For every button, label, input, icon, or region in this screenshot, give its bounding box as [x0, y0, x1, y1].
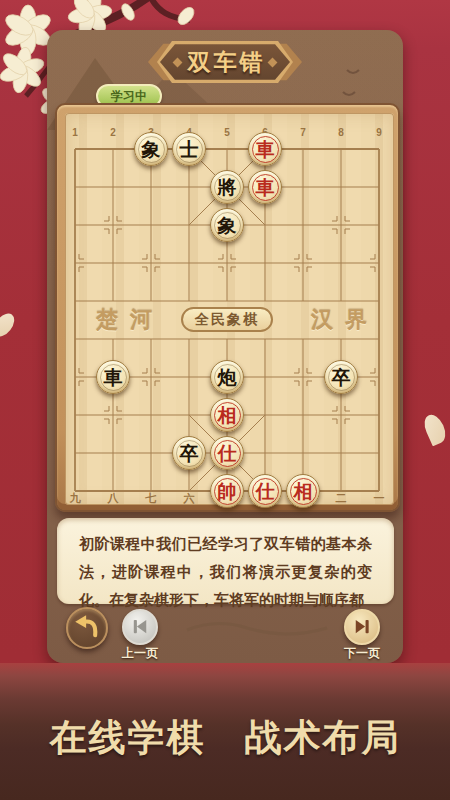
- petal-decoration-icon: [421, 412, 450, 447]
- piece-red-仕[interactable]: 仕: [210, 436, 244, 470]
- next-page-button[interactable]: [344, 609, 380, 645]
- piece-character: 相: [294, 482, 313, 501]
- piece-character: 象: [142, 140, 161, 159]
- xiangqi-board: 123456789 九八七六五四三二一 楚河 汉界 全民象棋 象士車將車象車炮卒…: [55, 103, 400, 512]
- piece-character: 仕: [218, 444, 237, 463]
- piece-character: 將: [218, 178, 237, 197]
- lesson-panel: 双车错 学习中 123456789 九八七六五四三二一 楚河 汉界 全民象棋 象…: [47, 30, 403, 663]
- coordinate-label: 九: [66, 491, 84, 506]
- piece-character: 卒: [332, 368, 351, 387]
- bottom-banner: 在线学棋 战术布局: [0, 663, 450, 800]
- skip-to-end-icon: [346, 609, 378, 645]
- piece-red-車[interactable]: 車: [248, 170, 282, 204]
- piece-red-車[interactable]: 車: [248, 132, 282, 166]
- skip-to-start-icon: [124, 609, 156, 645]
- coordinate-label: 二: [332, 491, 350, 506]
- piece-character: 士: [180, 140, 199, 159]
- piece-character: 車: [104, 368, 123, 387]
- piece-character: 象: [218, 216, 237, 235]
- coordinate-label: 六: [180, 491, 198, 506]
- piece-character: 帥: [218, 482, 237, 501]
- board-field[interactable]: 123456789 九八七六五四三二一 楚河 汉界 全民象棋 象士車將車象車炮卒…: [65, 113, 394, 505]
- coordinate-label: 7: [294, 127, 312, 138]
- piece-red-相[interactable]: 相: [286, 474, 320, 508]
- petal-decoration-icon: [0, 310, 18, 340]
- piece-character: 車: [256, 178, 275, 197]
- lesson-text-box: 初阶课程中我们已经学习了双车错的基本杀法，进阶课程中，我们将演示更复杂的变化。在…: [57, 518, 394, 604]
- piece-red-仕[interactable]: 仕: [248, 474, 282, 508]
- piece-black-將[interactable]: 將: [210, 170, 244, 204]
- back-button[interactable]: [66, 607, 108, 649]
- piece-character: 卒: [180, 444, 199, 463]
- piece-black-卒[interactable]: 卒: [172, 436, 206, 470]
- coordinate-label: 八: [104, 491, 122, 506]
- coordinate-label: 七: [142, 491, 160, 506]
- lesson-text: 初阶课程中我们已经学习了双车错的基本杀法，进阶课程中，我们将演示更复杂的变化。在…: [79, 530, 372, 614]
- river-label-left: 楚河: [96, 303, 164, 337]
- piece-black-象[interactable]: 象: [134, 132, 168, 166]
- piece-black-象[interactable]: 象: [210, 208, 244, 242]
- lesson-title-banner: 双车错: [157, 40, 293, 84]
- coordinate-label: 2: [104, 127, 122, 138]
- piece-black-車[interactable]: 車: [96, 360, 130, 394]
- prev-page-label: 上一页: [110, 645, 170, 662]
- piece-black-卒[interactable]: 卒: [324, 360, 358, 394]
- piece-character: 仕: [256, 482, 275, 501]
- prev-page-button[interactable]: [122, 609, 158, 645]
- coordinate-label: 8: [332, 127, 350, 138]
- piece-red-帥[interactable]: 帥: [210, 474, 244, 508]
- slogan-text: 在线学棋 战术布局: [0, 713, 450, 763]
- app-screen: 双车错 学习中 123456789 九八七六五四三二一 楚河 汉界 全民象棋 象…: [0, 0, 450, 800]
- next-page-label: 下一页: [332, 645, 392, 662]
- app-logo-badge: 全民象棋: [181, 307, 273, 332]
- coordinate-label: 一: [370, 491, 388, 506]
- coordinate-label: 1: [66, 127, 84, 138]
- page-title: 双车错: [185, 47, 266, 78]
- piece-character: 相: [218, 406, 237, 425]
- coordinate-label: 5: [218, 127, 236, 138]
- piece-character: 車: [256, 140, 275, 159]
- piece-red-相[interactable]: 相: [210, 398, 244, 432]
- piece-black-士[interactable]: 士: [172, 132, 206, 166]
- piece-character: 炮: [218, 368, 237, 387]
- back-arrow-icon: [68, 607, 106, 649]
- coordinate-label: 9: [370, 127, 388, 138]
- river-label-right: 汉界: [311, 303, 379, 337]
- piece-black-炮[interactable]: 炮: [210, 360, 244, 394]
